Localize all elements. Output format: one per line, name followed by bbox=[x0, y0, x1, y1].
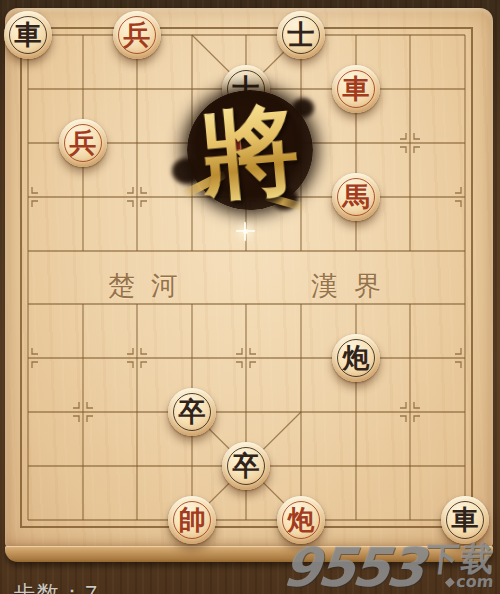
piece-character: 車 bbox=[4, 10, 52, 58]
piece-character: 卒 bbox=[168, 387, 216, 435]
piece-character: 卒 bbox=[222, 441, 270, 489]
piece-black-soldier[interactable]: 卒 bbox=[222, 442, 270, 490]
piece-character: 車 bbox=[332, 64, 380, 112]
piece-black-advisor[interactable]: 士 bbox=[277, 11, 325, 59]
piece-character: 炮 bbox=[332, 333, 380, 381]
piece-character: 將 bbox=[222, 118, 270, 166]
piece-red-cannon[interactable]: 炮 bbox=[277, 496, 325, 544]
xiangqi-game-screen: { "game": "xiangqi", "position": "r1P2a3… bbox=[0, 0, 500, 594]
piece-black-general[interactable]: 將 bbox=[222, 119, 270, 167]
piece-character: 士 bbox=[277, 10, 325, 58]
piece-character: 兵 bbox=[113, 10, 161, 58]
piece-red-chariot[interactable]: 車 bbox=[332, 65, 380, 113]
piece-character: 士 bbox=[222, 64, 270, 112]
piece-black-advisor[interactable]: 士 bbox=[222, 65, 270, 113]
piece-black-chariot[interactable]: 車 bbox=[4, 11, 52, 59]
piece-character: 兵 bbox=[59, 118, 107, 166]
piece-character: 馬 bbox=[332, 172, 380, 220]
piece-red-general[interactable]: 帥 bbox=[168, 496, 216, 544]
piece-black-soldier[interactable]: 卒 bbox=[168, 388, 216, 436]
sparkle-effect bbox=[243, 229, 248, 234]
piece-character: 車 bbox=[441, 495, 489, 543]
piece-black-chariot[interactable]: 車 bbox=[441, 496, 489, 544]
move-counter: 步数：7 bbox=[13, 579, 99, 594]
piece-red-soldier[interactable]: 兵 bbox=[113, 11, 161, 59]
piece-red-soldier[interactable]: 兵 bbox=[59, 119, 107, 167]
piece-red-horse[interactable]: 馬 bbox=[332, 173, 380, 221]
piece-character: 炮 bbox=[277, 495, 325, 543]
piece-character: 帥 bbox=[168, 495, 216, 543]
piece-black-cannon[interactable]: 炮 bbox=[332, 334, 380, 382]
